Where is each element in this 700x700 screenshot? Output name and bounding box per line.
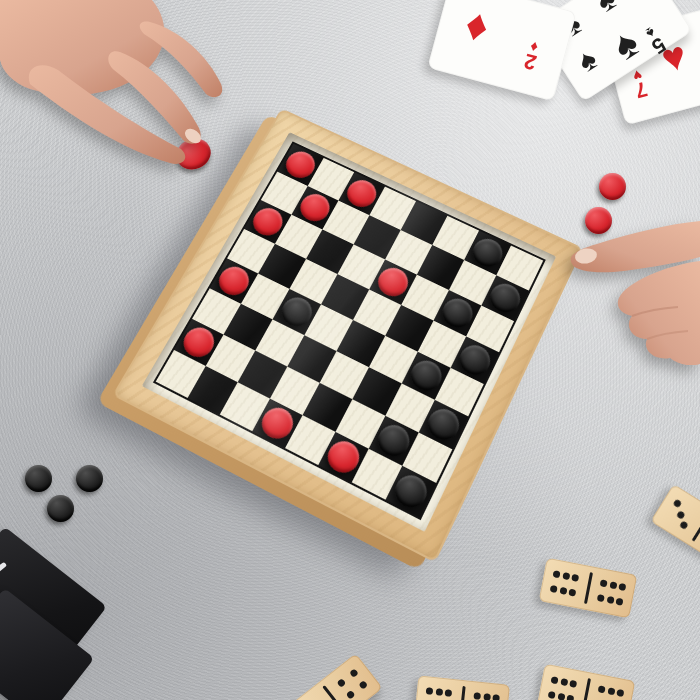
domino-pip bbox=[552, 570, 560, 578]
domino-pip bbox=[606, 596, 614, 604]
domino-pip bbox=[425, 687, 433, 695]
domino-pip bbox=[550, 585, 558, 593]
domino-divider bbox=[584, 572, 593, 604]
domino-divider bbox=[322, 685, 344, 700]
domino-pip bbox=[445, 689, 453, 697]
domino-pip bbox=[349, 669, 359, 679]
diamonds-icon: ♦ bbox=[527, 39, 542, 54]
domino-pip bbox=[550, 676, 558, 684]
domino-pip bbox=[607, 687, 615, 695]
domino-pip bbox=[616, 597, 624, 605]
table-surface: ♥7♥♠♠♠♠5♠♦2♦ bbox=[0, 0, 700, 700]
domino-6-6[interactable] bbox=[539, 558, 638, 619]
domino-pip bbox=[473, 692, 481, 700]
domino-pip bbox=[483, 693, 491, 700]
domino-pip bbox=[492, 695, 500, 700]
domino-pip bbox=[673, 498, 683, 508]
domino-6-6[interactable] bbox=[537, 664, 636, 700]
spades-pip-icon: ♠ bbox=[572, 43, 602, 77]
loose-black-checker-2[interactable] bbox=[76, 465, 103, 492]
domino-pip bbox=[358, 680, 368, 690]
playing-card-2-diamonds[interactable]: ♦2♦ bbox=[427, 0, 576, 101]
domino-pip bbox=[548, 691, 556, 699]
domino-pip bbox=[609, 581, 617, 589]
domino-pip bbox=[569, 680, 577, 688]
domino-pip bbox=[618, 583, 626, 591]
diamonds-pip-icon: ♦ bbox=[461, 1, 494, 49]
domino-pip bbox=[560, 678, 568, 686]
domino-pip bbox=[679, 521, 689, 531]
domino-pip bbox=[597, 594, 605, 602]
loose-black-checker-3[interactable] bbox=[47, 495, 74, 522]
domino-pip bbox=[435, 688, 443, 696]
domino-pip bbox=[345, 690, 355, 700]
card-box-stripe bbox=[0, 562, 7, 592]
domino-pip bbox=[597, 686, 605, 694]
card-index-2-diamonds: 2♦ bbox=[522, 39, 541, 72]
domino-divider bbox=[692, 513, 700, 542]
left-hand bbox=[0, 0, 280, 210]
spades-pip-icon: ♠ bbox=[590, 0, 622, 17]
domino-3-4[interactable] bbox=[283, 653, 383, 700]
spades-pip-icon: ♠ bbox=[605, 21, 645, 66]
right-index-finger bbox=[571, 221, 700, 272]
domino-pip bbox=[616, 689, 624, 697]
domino-pip bbox=[336, 679, 346, 689]
card-index-7-hearts: 7♥ bbox=[630, 67, 649, 100]
domino-pip bbox=[559, 586, 567, 594]
domino-3-3[interactable] bbox=[650, 484, 700, 570]
domino-pip bbox=[562, 572, 570, 580]
card-index-5-spades: 5♠ bbox=[642, 24, 668, 56]
domino-pip bbox=[599, 580, 607, 588]
domino-pip bbox=[566, 694, 574, 700]
domino-pip bbox=[557, 692, 565, 700]
right-hand bbox=[520, 195, 700, 365]
domino-divider bbox=[582, 678, 591, 700]
domino-divider bbox=[459, 686, 465, 700]
domino-pip bbox=[571, 574, 579, 582]
domino-pip bbox=[676, 509, 686, 519]
right-hand-knuckles bbox=[618, 261, 700, 365]
domino-pip bbox=[568, 588, 576, 596]
domino-6-6[interactable] bbox=[414, 675, 510, 700]
loose-black-checker-1[interactable] bbox=[25, 465, 52, 492]
